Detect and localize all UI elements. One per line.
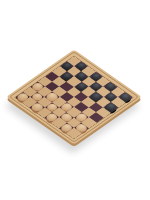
board-frame: [6, 49, 142, 144]
checkers-board: [6, 49, 142, 144]
board-grid: [15, 56, 132, 138]
product-photo: [0, 0, 150, 200]
